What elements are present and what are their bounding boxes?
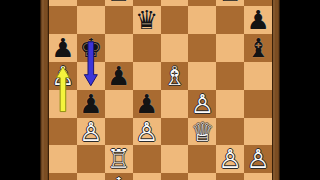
square-c1[interactable]: ♔ [105,173,133,180]
square-b7[interactable] [77,6,105,34]
square-b4[interactable]: ♟ [77,90,105,118]
square-a1[interactable] [49,173,77,180]
piece-white-pawn-d3[interactable]: ♙ [133,118,161,146]
square-h5[interactable] [244,62,272,90]
chess-board[interactable]: ♜♜♛♟♟♚♝♙♟♗♟♟♙♙♙♕♖♙♙♔ [49,0,272,180]
square-g5[interactable] [216,62,244,90]
piece-black-bishop-h6[interactable]: ♝ [244,34,272,62]
square-h3[interactable] [244,118,272,146]
piece-black-king-b6[interactable]: ♚ [77,34,105,62]
square-b5[interactable] [77,62,105,90]
square-c4[interactable] [105,90,133,118]
square-f7[interactable] [188,6,216,34]
piece-white-pawn-a5[interactable]: ♙ [49,62,77,90]
square-a2[interactable] [49,145,77,173]
square-d2[interactable] [133,145,161,173]
square-h2[interactable]: ♙ [244,145,272,173]
square-h4[interactable] [244,90,272,118]
piece-white-pawn-h2[interactable]: ♙ [244,145,272,173]
square-f5[interactable] [188,62,216,90]
square-e5[interactable]: ♗ [161,62,189,90]
square-h7[interactable]: ♟ [244,6,272,34]
square-a3[interactable] [49,118,77,146]
square-a5[interactable]: ♙ [49,62,77,90]
square-c2[interactable]: ♖ [105,145,133,173]
piece-white-bishop-e5[interactable]: ♗ [161,62,189,90]
piece-white-pawn-b3[interactable]: ♙ [77,118,105,146]
square-e3[interactable] [161,118,189,146]
square-f4[interactable]: ♙ [188,90,216,118]
square-e2[interactable] [161,145,189,173]
piece-white-pawn-f4[interactable]: ♙ [188,90,216,118]
square-b3[interactable]: ♙ [77,118,105,146]
square-g6[interactable] [216,34,244,62]
piece-white-pawn-g2[interactable]: ♙ [216,145,244,173]
square-g4[interactable] [216,90,244,118]
piece-white-king-c1[interactable]: ♔ [105,173,133,180]
square-a6[interactable]: ♟ [49,34,77,62]
square-h1[interactable] [244,173,272,180]
square-e7[interactable] [161,6,189,34]
square-b6[interactable]: ♚ [77,34,105,62]
square-f2[interactable] [188,145,216,173]
square-d3[interactable]: ♙ [133,118,161,146]
square-d4[interactable]: ♟ [133,90,161,118]
piece-black-pawn-b4[interactable]: ♟ [77,90,105,118]
piece-black-pawn-h7[interactable]: ♟ [244,6,272,34]
square-g2[interactable]: ♙ [216,145,244,173]
square-c6[interactable] [105,34,133,62]
square-d7[interactable]: ♛ [133,6,161,34]
square-b1[interactable] [77,173,105,180]
square-d5[interactable] [133,62,161,90]
piece-black-pawn-c5[interactable]: ♟ [105,62,133,90]
square-g3[interactable] [216,118,244,146]
square-f6[interactable] [188,34,216,62]
square-e6[interactable] [161,34,189,62]
square-c7[interactable] [105,6,133,34]
square-e1[interactable] [161,173,189,180]
square-a4[interactable] [49,90,77,118]
piece-black-pawn-a6[interactable]: ♟ [49,34,77,62]
square-a7[interactable] [49,6,77,34]
square-e4[interactable] [161,90,189,118]
square-g7[interactable] [216,6,244,34]
square-c5[interactable]: ♟ [105,62,133,90]
piece-white-queen-f3[interactable]: ♕ [188,118,216,146]
square-g1[interactable] [216,173,244,180]
piece-black-pawn-d4[interactable]: ♟ [133,90,161,118]
square-c3[interactable] [105,118,133,146]
square-d1[interactable] [133,173,161,180]
square-b2[interactable] [77,145,105,173]
square-f3[interactable]: ♕ [188,118,216,146]
video-frame: ♜♜♛♟♟♚♝♙♟♗♟♟♙♙♙♕♖♙♙♔ [0,0,320,180]
piece-white-rook-c2[interactable]: ♖ [105,145,133,173]
square-h6[interactable]: ♝ [244,34,272,62]
square-d6[interactable] [133,34,161,62]
square-f1[interactable] [188,173,216,180]
piece-black-queen-d7[interactable]: ♛ [133,6,161,34]
